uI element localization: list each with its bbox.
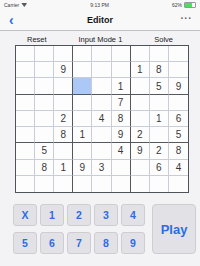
key-4[interactable]: 4 — [121, 204, 145, 226]
sudoku-cell-r9c9[interactable] — [169, 176, 188, 192]
sudoku-cell-r9c8[interactable] — [150, 176, 169, 192]
sudoku-cell-r8c3[interactable]: 1 — [54, 160, 73, 176]
sudoku-cell-r2c6[interactable] — [112, 62, 131, 78]
sudoku-cell-r7c6[interactable]: 4 — [112, 143, 131, 159]
sudoku-cell-r1c9[interactable] — [169, 46, 188, 62]
carrier-label: Carrier — [4, 2, 19, 8]
sudoku-cell-r5c8[interactable]: 1 — [150, 111, 169, 127]
reset-button[interactable]: Reset — [27, 35, 47, 44]
sudoku-cell-r8c5[interactable]: 3 — [92, 160, 111, 176]
status-bar: Carrier 9:13 PM 62% — [0, 0, 200, 10]
sudoku-cell-r8c4[interactable]: 9 — [73, 160, 92, 176]
sudoku-cell-r1c5[interactable] — [92, 46, 111, 62]
sudoku-cell-r2c8[interactable]: 8 — [150, 62, 169, 78]
sudoku-cell-r8c2[interactable]: 8 — [35, 160, 54, 176]
sudoku-cell-r9c5[interactable] — [92, 176, 111, 192]
sudoku-cell-r3c8[interactable]: 5 — [150, 78, 169, 94]
sudoku-cell-r5c9[interactable]: 6 — [169, 111, 188, 127]
battery-icon — [184, 2, 196, 9]
key-9[interactable]: 9 — [121, 232, 145, 254]
sudoku-cell-r2c5[interactable] — [92, 62, 111, 78]
page-title: Editor — [0, 15, 200, 25]
sudoku-cell-r3c7[interactable] — [131, 78, 150, 94]
sudoku-cell-r9c3[interactable] — [54, 176, 73, 192]
sudoku-cell-r4c2[interactable] — [35, 95, 54, 111]
sudoku-cell-r2c4[interactable] — [73, 62, 92, 78]
sudoku-cell-r8c6[interactable] — [112, 160, 131, 176]
sudoku-cell-r1c2[interactable] — [35, 46, 54, 62]
sudoku-grid: 9181597248168192554928819364 — [15, 45, 189, 193]
sudoku-cell-r4c6[interactable]: 7 — [112, 95, 131, 111]
sudoku-cell-r4c3[interactable] — [54, 95, 73, 111]
sudoku-cell-r3c5[interactable] — [92, 78, 111, 94]
sudoku-cell-r7c1[interactable] — [16, 143, 35, 159]
sudoku-cell-r3c2[interactable] — [35, 78, 54, 94]
key-2[interactable]: 2 — [67, 204, 91, 226]
sudoku-cell-r6c7[interactable]: 2 — [131, 127, 150, 143]
sudoku-cell-r9c2[interactable] — [35, 176, 54, 192]
sudoku-cell-r2c1[interactable] — [16, 62, 35, 78]
key-X[interactable]: X — [13, 204, 37, 226]
sudoku-cell-r1c1[interactable] — [16, 46, 35, 62]
nav-bar: ‹ Editor ··· — [0, 10, 200, 31]
sudoku-cell-r6c6[interactable]: 9 — [112, 127, 131, 143]
sudoku-cell-r6c9[interactable]: 5 — [169, 127, 188, 143]
solve-button[interactable]: Solve — [154, 35, 173, 44]
sudoku-cell-r2c3[interactable]: 9 — [54, 62, 73, 78]
key-6[interactable]: 6 — [40, 232, 64, 254]
sudoku-cell-r4c9[interactable] — [169, 95, 188, 111]
sudoku-cell-r9c7[interactable] — [131, 176, 150, 192]
wifi-icon — [21, 3, 27, 7]
sudoku-cell-r8c1[interactable] — [16, 160, 35, 176]
sudoku-cell-r6c3[interactable]: 8 — [54, 127, 73, 143]
sudoku-cell-r6c4[interactable]: 1 — [73, 127, 92, 143]
sudoku-cell-r6c8[interactable] — [150, 127, 169, 143]
sudoku-cell-r8c7[interactable] — [131, 160, 150, 176]
sudoku-cell-r1c6[interactable] — [112, 46, 131, 62]
sudoku-cell-r6c2[interactable] — [35, 127, 54, 143]
sudoku-cell-r5c7[interactable] — [131, 111, 150, 127]
toolbar: Reset Input Mode 1 Solve — [0, 34, 200, 45]
sudoku-cell-r7c5[interactable] — [92, 143, 111, 159]
battery-fill — [185, 3, 191, 7]
sudoku-cell-r3c4[interactable] — [73, 78, 92, 94]
sudoku-cell-r5c6[interactable]: 8 — [112, 111, 131, 127]
sudoku-cell-r4c7[interactable] — [131, 95, 150, 111]
sudoku-cell-r9c4[interactable] — [73, 176, 92, 192]
sudoku-cell-r1c3[interactable] — [54, 46, 73, 62]
sudoku-cell-r6c1[interactable] — [16, 127, 35, 143]
sudoku-cell-r7c2[interactable]: 5 — [35, 143, 54, 159]
sudoku-cell-r4c4[interactable] — [73, 95, 92, 111]
sudoku-cell-r9c6[interactable] — [112, 176, 131, 192]
sudoku-cell-r8c8[interactable]: 6 — [150, 160, 169, 176]
sudoku-cell-r7c7[interactable]: 9 — [131, 143, 150, 159]
sudoku-cell-r3c9[interactable]: 9 — [169, 78, 188, 94]
sudoku-cell-r8c9[interactable]: 4 — [169, 160, 188, 176]
sudoku-cell-r2c9[interactable] — [169, 62, 188, 78]
sudoku-cell-r7c8[interactable]: 2 — [150, 143, 169, 159]
input-mode-button[interactable]: Input Mode 1 — [79, 35, 123, 44]
key-7[interactable]: 7 — [67, 232, 91, 254]
sudoku-cell-r3c3[interactable] — [54, 78, 73, 94]
sudoku-cell-r4c8[interactable] — [150, 95, 169, 111]
sudoku-cell-r7c9[interactable]: 8 — [169, 143, 188, 159]
clock: 9:13 PM — [90, 2, 109, 8]
sudoku-cell-r9c1[interactable] — [16, 176, 35, 192]
sudoku-cell-r6c5[interactable] — [92, 127, 111, 143]
key-5[interactable]: 5 — [13, 232, 37, 254]
sudoku-cell-r1c4[interactable] — [73, 46, 92, 62]
sudoku-cell-r7c4[interactable] — [73, 143, 92, 159]
sudoku-cell-r1c7[interactable] — [131, 46, 150, 62]
sudoku-cell-r5c1[interactable] — [16, 111, 35, 127]
sudoku-cell-r2c2[interactable] — [35, 62, 54, 78]
sudoku-cell-r5c3[interactable]: 2 — [54, 111, 73, 127]
sudoku-cell-r1c8[interactable] — [150, 46, 169, 62]
sudoku-cell-r3c6[interactable]: 1 — [112, 78, 131, 94]
sudoku-cell-r7c3[interactable] — [54, 143, 73, 159]
sudoku-cell-r4c5[interactable] — [92, 95, 111, 111]
keypad-row-2: 56789 — [13, 232, 145, 254]
sudoku-cell-r4c1[interactable] — [16, 95, 35, 111]
battery-percent: 62% — [172, 2, 182, 8]
key-8[interactable]: 8 — [94, 232, 118, 254]
sudoku-cell-r5c2[interactable] — [35, 111, 54, 127]
sudoku-cell-r5c5[interactable]: 4 — [92, 111, 111, 127]
sudoku-cell-r2c7[interactable]: 1 — [131, 62, 150, 78]
sudoku-cell-r5c4[interactable] — [73, 111, 92, 127]
key-3[interactable]: 3 — [94, 204, 118, 226]
sudoku-cell-r3c1[interactable] — [16, 78, 35, 94]
play-button[interactable]: Play — [152, 204, 196, 254]
more-menu-button[interactable]: ··· — [181, 13, 193, 24]
key-1[interactable]: 1 — [40, 204, 64, 226]
keypad-row-1: X1234 — [13, 204, 145, 226]
